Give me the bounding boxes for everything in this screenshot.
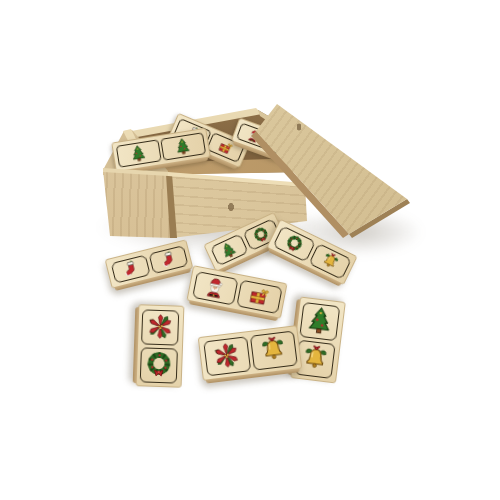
domino-poinsettia-wreath xyxy=(136,304,185,388)
stocking-icon xyxy=(148,245,188,274)
tree-icon xyxy=(116,139,162,167)
tree-icon xyxy=(160,132,206,160)
santa-icon xyxy=(192,270,238,305)
tree-icon xyxy=(209,233,248,266)
domino-santa-gift xyxy=(186,265,287,319)
tree-icon xyxy=(300,302,341,341)
bell-icon xyxy=(249,330,297,370)
domino-poinsettia-bell xyxy=(198,325,303,381)
poinsettia-icon xyxy=(203,336,251,376)
stocking-icon xyxy=(110,254,150,283)
wreath-icon xyxy=(140,347,178,383)
gift-icon xyxy=(236,279,282,314)
poinsettia-icon xyxy=(142,309,180,345)
bell-icon xyxy=(295,339,336,378)
scene-christmas-dominoes xyxy=(0,0,500,500)
